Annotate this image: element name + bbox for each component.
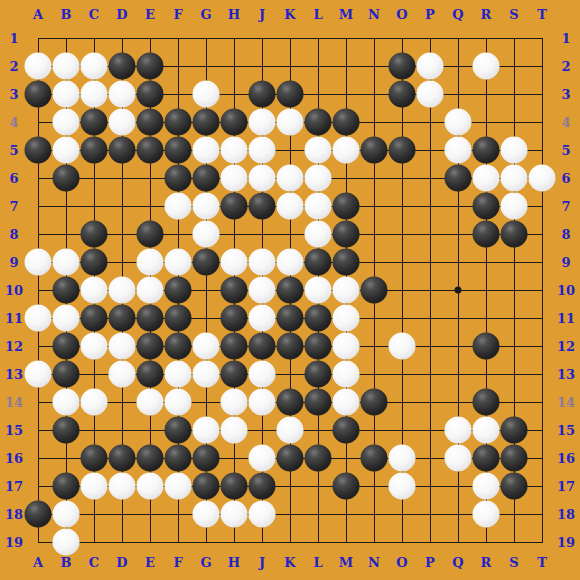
intersection-H3[interactable] [220,80,248,108]
intersection-G5[interactable] [192,136,220,164]
intersection-R6[interactable] [472,164,500,192]
intersection-A18[interactable] [24,500,52,528]
intersection-O4[interactable] [388,108,416,136]
intersection-L2[interactable] [304,52,332,80]
intersection-A17[interactable] [24,472,52,500]
intersection-T17[interactable] [528,472,556,500]
intersection-B12[interactable] [52,332,80,360]
intersection-T11[interactable] [528,304,556,332]
intersection-M11[interactable] [332,304,360,332]
intersection-P6[interactable] [416,164,444,192]
intersection-L12[interactable] [304,332,332,360]
intersection-E10[interactable] [136,276,164,304]
intersection-B19[interactable] [52,528,80,556]
intersection-K5[interactable] [276,136,304,164]
intersection-J11[interactable] [248,304,276,332]
intersection-M15[interactable] [332,416,360,444]
intersection-S16[interactable] [500,444,528,472]
intersection-H9[interactable] [220,248,248,276]
intersection-R11[interactable] [472,304,500,332]
intersection-A14[interactable] [24,388,52,416]
intersection-E13[interactable] [136,360,164,388]
intersection-H11[interactable] [220,304,248,332]
intersection-K8[interactable] [276,220,304,248]
intersection-R5[interactable] [472,136,500,164]
intersection-S19[interactable] [500,528,528,556]
intersection-J16[interactable] [248,444,276,472]
intersection-P5[interactable] [416,136,444,164]
intersection-R13[interactable] [472,360,500,388]
intersection-F15[interactable] [164,416,192,444]
intersection-Q9[interactable] [444,248,472,276]
intersection-L6[interactable] [304,164,332,192]
intersection-N5[interactable] [360,136,388,164]
intersection-C12[interactable] [80,332,108,360]
intersection-K6[interactable] [276,164,304,192]
intersection-O3[interactable] [388,80,416,108]
intersection-C19[interactable] [80,528,108,556]
intersection-R18[interactable] [472,500,500,528]
intersection-F7[interactable] [164,192,192,220]
intersection-D19[interactable] [108,528,136,556]
intersection-N7[interactable] [360,192,388,220]
intersection-R17[interactable] [472,472,500,500]
intersection-T3[interactable] [528,80,556,108]
intersection-N8[interactable] [360,220,388,248]
intersection-J1[interactable] [248,24,276,52]
intersection-S17[interactable] [500,472,528,500]
intersection-B5[interactable] [52,136,80,164]
intersection-F11[interactable] [164,304,192,332]
intersection-H16[interactable] [220,444,248,472]
intersection-O2[interactable] [388,52,416,80]
intersection-D14[interactable] [108,388,136,416]
intersection-C14[interactable] [80,388,108,416]
intersection-O11[interactable] [388,304,416,332]
intersection-J2[interactable] [248,52,276,80]
intersection-J7[interactable] [248,192,276,220]
intersection-H13[interactable] [220,360,248,388]
intersection-J10[interactable] [248,276,276,304]
intersection-P16[interactable] [416,444,444,472]
intersection-K9[interactable] [276,248,304,276]
intersection-P17[interactable] [416,472,444,500]
intersection-K18[interactable] [276,500,304,528]
intersection-M13[interactable] [332,360,360,388]
intersection-L14[interactable] [304,388,332,416]
intersection-C16[interactable] [80,444,108,472]
intersection-O12[interactable] [388,332,416,360]
intersection-Q13[interactable] [444,360,472,388]
intersection-B6[interactable] [52,164,80,192]
intersection-S14[interactable] [500,388,528,416]
intersection-G1[interactable] [192,24,220,52]
intersection-N10[interactable] [360,276,388,304]
intersection-K1[interactable] [276,24,304,52]
intersection-E1[interactable] [136,24,164,52]
intersection-Q4[interactable] [444,108,472,136]
intersection-P12[interactable] [416,332,444,360]
intersection-T14[interactable] [528,388,556,416]
intersection-Q3[interactable] [444,80,472,108]
intersection-P9[interactable] [416,248,444,276]
intersection-K2[interactable] [276,52,304,80]
intersection-N16[interactable] [360,444,388,472]
intersection-M3[interactable] [332,80,360,108]
intersection-F4[interactable] [164,108,192,136]
intersection-S10[interactable] [500,276,528,304]
intersection-L19[interactable] [304,528,332,556]
intersection-L13[interactable] [304,360,332,388]
intersection-E8[interactable] [136,220,164,248]
intersection-C18[interactable] [80,500,108,528]
intersection-E9[interactable] [136,248,164,276]
intersection-H10[interactable] [220,276,248,304]
intersection-F18[interactable] [164,500,192,528]
intersection-J17[interactable] [248,472,276,500]
intersection-S13[interactable] [500,360,528,388]
intersection-M14[interactable] [332,388,360,416]
intersection-P10[interactable] [416,276,444,304]
intersection-M8[interactable] [332,220,360,248]
intersection-L10[interactable] [304,276,332,304]
intersection-C3[interactable] [80,80,108,108]
intersection-Q1[interactable] [444,24,472,52]
intersection-M6[interactable] [332,164,360,192]
intersection-A8[interactable] [24,220,52,248]
intersection-E7[interactable] [136,192,164,220]
intersection-A15[interactable] [24,416,52,444]
intersection-T6[interactable] [528,164,556,192]
intersection-N18[interactable] [360,500,388,528]
intersection-K3[interactable] [276,80,304,108]
intersection-B7[interactable] [52,192,80,220]
intersection-H12[interactable] [220,332,248,360]
intersection-S12[interactable] [500,332,528,360]
intersection-H15[interactable] [220,416,248,444]
intersection-R14[interactable] [472,388,500,416]
intersection-B3[interactable] [52,80,80,108]
intersection-D13[interactable] [108,360,136,388]
intersection-R9[interactable] [472,248,500,276]
intersection-M10[interactable] [332,276,360,304]
intersection-K10[interactable] [276,276,304,304]
intersection-F14[interactable] [164,388,192,416]
intersection-P15[interactable] [416,416,444,444]
intersection-Q19[interactable] [444,528,472,556]
intersection-H7[interactable] [220,192,248,220]
intersection-P18[interactable] [416,500,444,528]
intersection-O15[interactable] [388,416,416,444]
intersection-S11[interactable] [500,304,528,332]
intersection-P3[interactable] [416,80,444,108]
intersection-E11[interactable] [136,304,164,332]
intersection-C8[interactable] [80,220,108,248]
intersection-A3[interactable] [24,80,52,108]
intersection-C15[interactable] [80,416,108,444]
intersection-G14[interactable] [192,388,220,416]
intersection-R12[interactable] [472,332,500,360]
intersection-L1[interactable] [304,24,332,52]
intersection-J12[interactable] [248,332,276,360]
intersection-M17[interactable] [332,472,360,500]
intersection-M18[interactable] [332,500,360,528]
intersection-A11[interactable] [24,304,52,332]
intersection-A1[interactable] [24,24,52,52]
intersection-E16[interactable] [136,444,164,472]
intersection-A6[interactable] [24,164,52,192]
intersection-E14[interactable] [136,388,164,416]
intersection-G4[interactable] [192,108,220,136]
intersection-A4[interactable] [24,108,52,136]
intersection-G10[interactable] [192,276,220,304]
intersection-A2[interactable] [24,52,52,80]
intersection-Q6[interactable] [444,164,472,192]
intersection-C4[interactable] [80,108,108,136]
intersection-H8[interactable] [220,220,248,248]
intersection-D6[interactable] [108,164,136,192]
intersection-K12[interactable] [276,332,304,360]
intersection-Q18[interactable] [444,500,472,528]
intersection-C10[interactable] [80,276,108,304]
intersection-E18[interactable] [136,500,164,528]
intersection-O9[interactable] [388,248,416,276]
intersection-J5[interactable] [248,136,276,164]
intersection-N19[interactable] [360,528,388,556]
intersection-N17[interactable] [360,472,388,500]
intersection-F12[interactable] [164,332,192,360]
intersection-Q17[interactable] [444,472,472,500]
intersection-B11[interactable] [52,304,80,332]
intersection-K17[interactable] [276,472,304,500]
intersection-S3[interactable] [500,80,528,108]
intersection-H18[interactable] [220,500,248,528]
intersection-Q15[interactable] [444,416,472,444]
intersection-G19[interactable] [192,528,220,556]
intersection-O18[interactable] [388,500,416,528]
intersection-M1[interactable] [332,24,360,52]
intersection-J4[interactable] [248,108,276,136]
intersection-D9[interactable] [108,248,136,276]
intersection-C13[interactable] [80,360,108,388]
intersection-J18[interactable] [248,500,276,528]
intersection-Q5[interactable] [444,136,472,164]
intersection-M12[interactable] [332,332,360,360]
intersection-B14[interactable] [52,388,80,416]
intersection-C6[interactable] [80,164,108,192]
intersection-O19[interactable] [388,528,416,556]
intersection-P8[interactable] [416,220,444,248]
intersection-K16[interactable] [276,444,304,472]
intersection-D10[interactable] [108,276,136,304]
intersection-D12[interactable] [108,332,136,360]
intersection-O14[interactable] [388,388,416,416]
intersection-Q2[interactable] [444,52,472,80]
intersection-T10[interactable] [528,276,556,304]
intersection-D15[interactable] [108,416,136,444]
intersection-O1[interactable] [388,24,416,52]
intersection-M16[interactable] [332,444,360,472]
intersection-B18[interactable] [52,500,80,528]
intersection-M5[interactable] [332,136,360,164]
intersection-N6[interactable] [360,164,388,192]
intersection-N13[interactable] [360,360,388,388]
intersection-D2[interactable] [108,52,136,80]
intersection-T13[interactable] [528,360,556,388]
intersection-E17[interactable] [136,472,164,500]
intersection-G15[interactable] [192,416,220,444]
intersection-P13[interactable] [416,360,444,388]
intersection-L7[interactable] [304,192,332,220]
intersection-Q16[interactable] [444,444,472,472]
intersection-H5[interactable] [220,136,248,164]
intersection-N14[interactable] [360,388,388,416]
intersection-H6[interactable] [220,164,248,192]
intersection-G13[interactable] [192,360,220,388]
intersection-D18[interactable] [108,500,136,528]
intersection-G3[interactable] [192,80,220,108]
intersection-Q12[interactable] [444,332,472,360]
intersection-S8[interactable] [500,220,528,248]
intersection-R3[interactable] [472,80,500,108]
intersection-H17[interactable] [220,472,248,500]
intersection-J15[interactable] [248,416,276,444]
intersection-B8[interactable] [52,220,80,248]
intersection-J9[interactable] [248,248,276,276]
intersection-B9[interactable] [52,248,80,276]
intersection-S5[interactable] [500,136,528,164]
intersection-M9[interactable] [332,248,360,276]
intersection-J14[interactable] [248,388,276,416]
intersection-J6[interactable] [248,164,276,192]
intersection-D17[interactable] [108,472,136,500]
intersection-S1[interactable] [500,24,528,52]
intersection-K4[interactable] [276,108,304,136]
intersection-P4[interactable] [416,108,444,136]
intersection-J19[interactable] [248,528,276,556]
intersection-G9[interactable] [192,248,220,276]
intersection-E2[interactable] [136,52,164,80]
intersection-P14[interactable] [416,388,444,416]
intersection-L15[interactable] [304,416,332,444]
intersection-T2[interactable] [528,52,556,80]
intersection-H4[interactable] [220,108,248,136]
intersection-K7[interactable] [276,192,304,220]
intersection-G2[interactable] [192,52,220,80]
intersection-L5[interactable] [304,136,332,164]
intersection-C1[interactable] [80,24,108,52]
intersection-B17[interactable] [52,472,80,500]
intersection-C11[interactable] [80,304,108,332]
intersection-L9[interactable] [304,248,332,276]
intersection-K15[interactable] [276,416,304,444]
intersection-N9[interactable] [360,248,388,276]
intersection-F5[interactable] [164,136,192,164]
intersection-O5[interactable] [388,136,416,164]
intersection-N2[interactable] [360,52,388,80]
intersection-R8[interactable] [472,220,500,248]
intersection-G17[interactable] [192,472,220,500]
intersection-E12[interactable] [136,332,164,360]
intersection-D5[interactable] [108,136,136,164]
intersection-O6[interactable] [388,164,416,192]
intersection-N1[interactable] [360,24,388,52]
intersection-F6[interactable] [164,164,192,192]
intersection-B4[interactable] [52,108,80,136]
intersection-G12[interactable] [192,332,220,360]
intersection-E3[interactable] [136,80,164,108]
intersection-S18[interactable] [500,500,528,528]
intersection-T15[interactable] [528,416,556,444]
intersection-P7[interactable] [416,192,444,220]
intersection-P19[interactable] [416,528,444,556]
intersection-T5[interactable] [528,136,556,164]
intersection-E19[interactable] [136,528,164,556]
intersection-A10[interactable] [24,276,52,304]
intersection-N15[interactable] [360,416,388,444]
intersection-K13[interactable] [276,360,304,388]
intersection-F9[interactable] [164,248,192,276]
intersection-T9[interactable] [528,248,556,276]
intersection-C9[interactable] [80,248,108,276]
intersection-A7[interactable] [24,192,52,220]
intersection-R7[interactable] [472,192,500,220]
intersection-L18[interactable] [304,500,332,528]
intersection-F17[interactable] [164,472,192,500]
intersection-F8[interactable] [164,220,192,248]
intersection-T19[interactable] [528,528,556,556]
intersection-P1[interactable] [416,24,444,52]
intersection-J13[interactable] [248,360,276,388]
intersection-R4[interactable] [472,108,500,136]
intersection-B2[interactable] [52,52,80,80]
intersection-D1[interactable] [108,24,136,52]
intersection-Q10[interactable] [444,276,472,304]
intersection-E15[interactable] [136,416,164,444]
intersection-K11[interactable] [276,304,304,332]
intersection-S9[interactable] [500,248,528,276]
intersection-D8[interactable] [108,220,136,248]
intersection-Q7[interactable] [444,192,472,220]
intersection-R15[interactable] [472,416,500,444]
intersection-A13[interactable] [24,360,52,388]
intersection-F19[interactable] [164,528,192,556]
intersection-G18[interactable] [192,500,220,528]
intersection-F16[interactable] [164,444,192,472]
intersection-C7[interactable] [80,192,108,220]
intersection-L11[interactable] [304,304,332,332]
intersection-A9[interactable] [24,248,52,276]
intersection-L4[interactable] [304,108,332,136]
intersection-R16[interactable] [472,444,500,472]
intersection-C5[interactable] [80,136,108,164]
intersection-M19[interactable] [332,528,360,556]
intersection-F13[interactable] [164,360,192,388]
intersection-O7[interactable] [388,192,416,220]
intersection-A19[interactable] [24,528,52,556]
intersection-E5[interactable] [136,136,164,164]
intersection-N4[interactable] [360,108,388,136]
intersection-A5[interactable] [24,136,52,164]
intersection-T16[interactable] [528,444,556,472]
intersection-O8[interactable] [388,220,416,248]
intersection-H19[interactable] [220,528,248,556]
intersection-T1[interactable] [528,24,556,52]
intersection-S4[interactable] [500,108,528,136]
intersection-M7[interactable] [332,192,360,220]
intersection-L16[interactable] [304,444,332,472]
intersection-T12[interactable] [528,332,556,360]
